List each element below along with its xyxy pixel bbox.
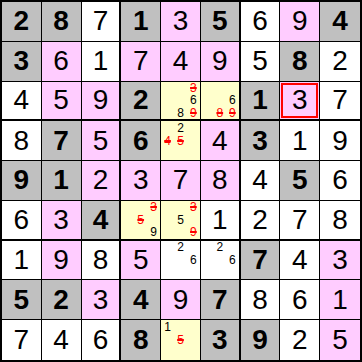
cell-r3c7[interactable]: 1 (241, 82, 281, 122)
cell-r3c4[interactable]: 2 (121, 82, 161, 122)
sudoku-board: 2871356943617495824592368968913787562454… (0, 0, 362, 362)
cell-r6c8[interactable]: 7 (280, 201, 320, 241)
cell-r5c7[interactable]: 4 (241, 161, 281, 201)
candidate-6: 6 (226, 94, 239, 107)
cell-r9c5[interactable]: 15 (161, 320, 201, 360)
candidate-1: 1 (161, 320, 174, 333)
cell-r4c2[interactable]: 7 (42, 121, 82, 161)
cell-r9c7[interactable]: 9 (241, 320, 281, 360)
cell-r6c9[interactable]: 8 (320, 201, 360, 241)
cell-r4c6[interactable]: 4 (201, 121, 241, 161)
candidate-3-eliminated: 3 (187, 82, 200, 95)
cell-r5c6[interactable]: 8 (201, 161, 241, 201)
cell-r4c8[interactable]: 1 (280, 121, 320, 161)
pencil-marks-r6c4: 359 (121, 201, 160, 239)
candidate-2: 2 (174, 121, 187, 134)
cell-r6c3[interactable]: 4 (82, 201, 122, 241)
cell-r6c6[interactable]: 1 (201, 201, 241, 241)
candidate-5: 5 (174, 213, 187, 226)
cell-r4c1[interactable]: 8 (2, 121, 42, 161)
candidate-2: 2 (174, 241, 187, 254)
cell-r4c9[interactable]: 9 (320, 121, 360, 161)
cell-r5c1[interactable]: 9 (2, 161, 42, 201)
cell-r7c8[interactable]: 4 (280, 241, 320, 281)
cell-r5c9[interactable]: 6 (320, 161, 360, 201)
cell-r2c2[interactable]: 6 (42, 42, 82, 82)
candidate-9-eliminated: 9 (226, 107, 239, 120)
cell-r9c4[interactable]: 8 (121, 320, 161, 360)
candidate-3-eliminated: 3 (147, 201, 160, 214)
cell-r5c2[interactable]: 1 (42, 161, 82, 201)
cell-r4c4[interactable]: 6 (121, 121, 161, 161)
cell-r6c7[interactable]: 2 (241, 201, 281, 241)
cell-r3c5[interactable]: 3689 (161, 82, 201, 122)
cell-r8c5[interactable]: 9 (161, 280, 201, 320)
cell-r3c9[interactable]: 7 (320, 82, 360, 122)
cell-r5c8[interactable]: 5 (280, 161, 320, 201)
candidate-3-eliminated: 3 (187, 201, 200, 214)
cell-r9c2[interactable]: 4 (42, 320, 82, 360)
cell-r2c3[interactable]: 1 (82, 42, 122, 82)
cell-r7c5[interactable]: 26 (161, 241, 201, 281)
cell-r1c1[interactable]: 2 (2, 2, 42, 42)
pencil-marks-r4c5: 245 (161, 121, 200, 160)
cell-r1c2[interactable]: 8 (42, 2, 82, 42)
candidate-9-eliminated: 9 (187, 107, 200, 120)
candidate-6: 6 (187, 94, 200, 107)
cell-r9c8[interactable]: 2 (280, 320, 320, 360)
cell-r8c4[interactable]: 4 (121, 280, 161, 320)
cell-r4c7[interactable]: 3 (241, 121, 281, 161)
cell-r7c4[interactable]: 5 (121, 241, 161, 281)
cell-r4c3[interactable]: 5 (82, 121, 122, 161)
cell-r3c3[interactable]: 9 (82, 82, 122, 122)
cell-r2c7[interactable]: 5 (241, 42, 281, 82)
cell-r8c6[interactable]: 7 (201, 280, 241, 320)
cell-r1c6[interactable]: 5 (201, 2, 241, 42)
pencil-marks-r7c6: 26 (201, 241, 239, 280)
cell-r5c4[interactable]: 3 (121, 161, 161, 201)
candidate-6: 6 (226, 254, 239, 267)
candidate-9: 9 (147, 226, 160, 239)
cell-r1c3[interactable]: 7 (82, 2, 122, 42)
candidate-5-eliminated: 5 (174, 333, 187, 346)
candidate-8: 8 (174, 107, 187, 120)
cell-r3c8[interactable]: 3 (280, 82, 320, 122)
cell-r5c3[interactable]: 2 (82, 161, 122, 201)
cell-r9c3[interactable]: 6 (82, 320, 122, 360)
candidate-9-eliminated: 9 (187, 226, 200, 239)
candidate-5-eliminated: 5 (174, 134, 187, 147)
cell-r9c9[interactable]: 5 (320, 320, 360, 360)
cell-r3c1[interactable]: 4 (2, 82, 42, 122)
cell-r6c4[interactable]: 359 (121, 201, 161, 241)
cell-r8c7[interactable]: 8 (241, 280, 281, 320)
cell-r8c9[interactable]: 1 (320, 280, 360, 320)
cell-r6c5[interactable]: 359 (161, 201, 201, 241)
cell-r9c6[interactable]: 3 (201, 320, 241, 360)
candidate-5-eliminated: 5 (134, 213, 147, 226)
cell-r2c1[interactable]: 3 (2, 42, 42, 82)
pencil-marks-r7c5: 26 (161, 241, 200, 280)
cell-r9c1[interactable]: 7 (2, 320, 42, 360)
cell-r1c8[interactable]: 9 (280, 2, 320, 42)
cell-r7c3[interactable]: 8 (82, 241, 122, 281)
pencil-marks-r6c5: 359 (161, 201, 200, 239)
cell-r2c6[interactable]: 9 (201, 42, 241, 82)
cell-r6c2[interactable]: 3 (42, 201, 82, 241)
cell-r8c3[interactable]: 3 (82, 280, 122, 320)
cell-r2c9[interactable]: 2 (320, 42, 360, 82)
candidate-4-eliminated: 4 (161, 134, 174, 147)
cell-r8c2[interactable]: 2 (42, 280, 82, 320)
cell-r2c8[interactable]: 8 (280, 42, 320, 82)
pencil-marks-r9c5: 15 (161, 320, 200, 360)
cell-r6c1[interactable]: 6 (2, 201, 42, 241)
cell-r7c2[interactable]: 9 (42, 241, 82, 281)
candidate-8-eliminated: 8 (213, 107, 226, 120)
cell-r1c4[interactable]: 1 (121, 2, 161, 42)
cell-r2c5[interactable]: 4 (161, 42, 201, 82)
cell-r3c2[interactable]: 5 (42, 82, 82, 122)
cell-r1c5[interactable]: 3 (161, 2, 201, 42)
candidate-6: 6 (187, 254, 200, 267)
cell-r8c8[interactable]: 6 (280, 280, 320, 320)
cell-r7c7[interactable]: 7 (241, 241, 281, 281)
cell-r7c6[interactable]: 26 (201, 241, 241, 281)
pencil-marks-r3c6: 689 (201, 82, 239, 120)
cell-r2c4[interactable]: 7 (121, 42, 161, 82)
cell-r8c1[interactable]: 5 (2, 280, 42, 320)
cell-r7c1[interactable]: 1 (2, 241, 42, 281)
cell-r1c9[interactable]: 4 (320, 2, 360, 42)
cell-r7c9[interactable]: 3 (320, 241, 360, 281)
cell-r5c5[interactable]: 7 (161, 161, 201, 201)
candidate-2: 2 (213, 241, 226, 254)
cell-r1c7[interactable]: 6 (241, 2, 281, 42)
pencil-marks-r3c5: 3689 (161, 82, 200, 120)
cell-r3c6[interactable]: 689 (201, 82, 241, 122)
cell-r4c5[interactable]: 245 (161, 121, 201, 161)
